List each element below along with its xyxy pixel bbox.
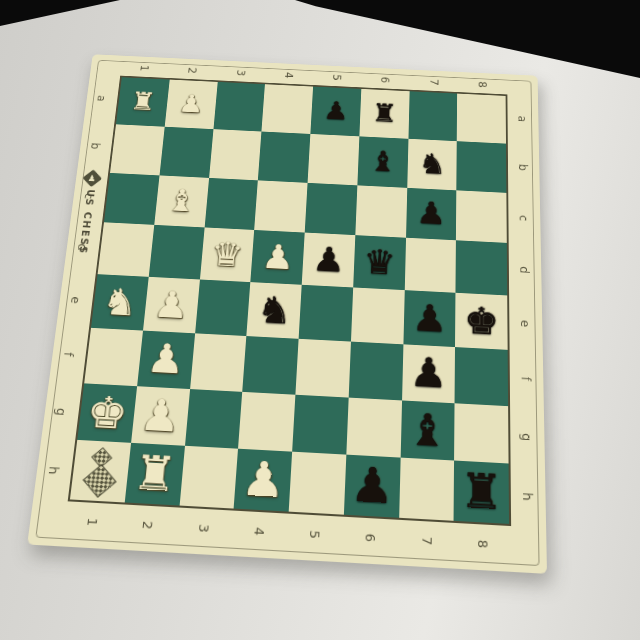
square-e8[interactable]: ♚ xyxy=(455,293,507,350)
square-d6[interactable]: ♛ xyxy=(353,235,406,290)
square-f7[interactable]: ♟ xyxy=(402,344,456,403)
square-g1[interactable]: ♚ xyxy=(77,383,137,443)
square-f3[interactable] xyxy=(190,333,247,391)
square-h3[interactable] xyxy=(179,446,238,509)
square-a2[interactable]: ♟ xyxy=(164,80,217,129)
square-d5[interactable]: ♟ xyxy=(302,233,355,288)
piece-black-pawn-f7[interactable]: ♟ xyxy=(409,352,448,394)
square-c7[interactable]: ♟ xyxy=(406,187,457,240)
piece-black-pawn-d5[interactable]: ♟ xyxy=(312,242,346,277)
square-b4[interactable] xyxy=(258,131,310,182)
square-c4[interactable] xyxy=(254,180,307,233)
square-e3[interactable] xyxy=(195,279,251,335)
piece-black-rook-h8[interactable]: ♜ xyxy=(459,467,503,517)
square-d4[interactable]: ♟ xyxy=(251,230,305,285)
square-d7[interactable] xyxy=(404,238,456,293)
square-h5[interactable] xyxy=(289,452,346,515)
piece-black-bishop-b6[interactable]: ♝ xyxy=(369,147,397,176)
square-b6[interactable]: ♝ xyxy=(357,136,408,187)
square-a6[interactable]: ♜ xyxy=(359,89,409,139)
square-d2[interactable] xyxy=(149,225,205,279)
vinyl-chess-mat: 12345678 12345678 abcdefgh abcdefgh ♟ US… xyxy=(27,54,547,574)
square-c5[interactable] xyxy=(305,182,357,235)
square-e7[interactable]: ♟ xyxy=(403,290,456,347)
square-b2[interactable] xyxy=(159,127,213,178)
square-g2[interactable]: ♟ xyxy=(131,386,190,446)
pawn-diamond-icon: ♟ xyxy=(82,169,101,187)
square-b3[interactable] xyxy=(209,129,262,180)
piece-black-knight-b7[interactable]: ♞ xyxy=(418,150,446,179)
piece-black-knight-e4[interactable]: ♞ xyxy=(256,291,293,329)
piece-black-pawn-e7[interactable]: ♟ xyxy=(412,299,448,338)
square-b5[interactable] xyxy=(308,134,360,185)
square-g7[interactable]: ♝ xyxy=(400,400,455,461)
piece-white-rook-a1[interactable]: ♜ xyxy=(129,89,157,115)
square-h8[interactable]: ♜ xyxy=(454,461,509,524)
piece-white-pawn-a2[interactable]: ♟ xyxy=(177,91,204,117)
square-e5[interactable] xyxy=(299,285,353,342)
square-g5[interactable] xyxy=(292,394,348,455)
piece-white-rook-h2[interactable]: ♜ xyxy=(131,449,179,499)
square-a8[interactable] xyxy=(457,94,506,144)
piece-black-pawn-a5[interactable]: ♟ xyxy=(323,98,349,124)
square-b7[interactable]: ♞ xyxy=(407,139,457,190)
square-h7[interactable] xyxy=(399,458,455,521)
piece-white-king-g1[interactable]: ♚ xyxy=(85,390,130,436)
corner-logo-diamond-large xyxy=(82,464,116,498)
piece-white-bishop-c2[interactable]: ♝ xyxy=(165,185,198,217)
corner-logo-diamond-small xyxy=(92,447,113,468)
square-f6[interactable] xyxy=(348,341,402,400)
us-chess-corner-logo xyxy=(70,440,131,502)
square-c1[interactable] xyxy=(104,173,159,226)
square-f5[interactable] xyxy=(295,339,350,398)
square-g8[interactable] xyxy=(454,403,508,464)
square-d8[interactable] xyxy=(456,240,508,295)
square-f4[interactable] xyxy=(242,336,298,394)
square-h6[interactable]: ♟ xyxy=(344,455,401,518)
square-a1[interactable]: ♜ xyxy=(116,77,169,126)
square-h1[interactable] xyxy=(70,440,131,502)
square-g6[interactable] xyxy=(346,397,401,458)
square-e1[interactable]: ♞ xyxy=(91,274,148,330)
piece-white-pawn-d4[interactable]: ♟ xyxy=(260,240,295,275)
file-labels-right: abcdefgh xyxy=(514,95,539,528)
square-d3[interactable]: ♛ xyxy=(199,228,254,282)
square-h4[interactable]: ♟ xyxy=(234,449,292,512)
chess-board: ♜♟♟♜♝♞♝♟♛♟♟♛♞♟♞♟♚♟♟♚♟♝♜♟♟♜ xyxy=(68,76,511,526)
square-h2[interactable]: ♜ xyxy=(124,443,184,505)
piece-black-bishop-g7[interactable]: ♝ xyxy=(407,407,448,453)
square-e6[interactable] xyxy=(351,287,405,344)
square-d1[interactable] xyxy=(98,223,154,277)
piece-white-pawn-h4[interactable]: ♟ xyxy=(240,455,286,505)
square-a7[interactable] xyxy=(408,91,457,141)
square-c8[interactable] xyxy=(456,190,507,243)
square-f8[interactable] xyxy=(455,347,508,406)
piece-white-pawn-g2[interactable]: ♟ xyxy=(138,393,183,439)
piece-black-queen-d6[interactable]: ♛ xyxy=(363,245,397,280)
square-c6[interactable] xyxy=(355,185,407,238)
square-a5[interactable]: ♟ xyxy=(310,87,361,137)
piece-white-knight-e1[interactable]: ♞ xyxy=(100,283,139,321)
square-c2[interactable]: ♝ xyxy=(154,175,209,228)
piece-black-rook-a6[interactable]: ♜ xyxy=(371,101,397,127)
square-a3[interactable] xyxy=(213,82,265,131)
dark-backdrop-top-left xyxy=(0,0,120,26)
square-e2[interactable]: ♟ xyxy=(143,277,200,333)
piece-black-pawn-h6[interactable]: ♟ xyxy=(349,461,394,511)
piece-white-pawn-f2[interactable]: ♟ xyxy=(145,338,186,380)
square-b8[interactable] xyxy=(457,141,507,192)
square-e4[interactable]: ♞ xyxy=(247,282,302,338)
piece-black-king-e8[interactable]: ♚ xyxy=(464,302,499,341)
piece-black-pawn-c7[interactable]: ♟ xyxy=(416,198,446,230)
piece-white-pawn-e2[interactable]: ♟ xyxy=(152,286,190,324)
square-g4[interactable] xyxy=(238,391,295,451)
piece-white-queen-d3[interactable]: ♛ xyxy=(210,237,245,272)
square-c3[interactable] xyxy=(204,177,258,230)
square-g3[interactable] xyxy=(184,389,242,449)
square-b1[interactable] xyxy=(110,124,164,175)
square-f2[interactable]: ♟ xyxy=(137,330,195,388)
photo-scene: 12345678 12345678 abcdefgh abcdefgh ♟ US… xyxy=(0,0,640,640)
square-f1[interactable] xyxy=(84,328,143,386)
us-chess-logo-text: US CHESS xyxy=(76,189,96,255)
square-a4[interactable] xyxy=(262,84,313,134)
